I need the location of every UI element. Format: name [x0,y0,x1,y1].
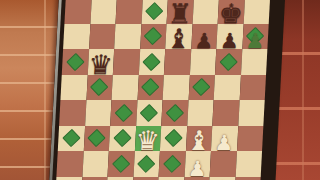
white-bishop-piece: ♝ [186,127,212,154]
square-h6[interactable] [241,49,268,74]
legal-move-marker-c4 [114,104,132,122]
legal-move-marker-e3 [164,129,182,147]
square-e1[interactable] [157,176,184,180]
legal-move-marker-a6 [66,53,84,71]
square-b2[interactable] [82,151,109,176]
square-g8[interactable]: ♚ [218,0,245,24]
square-g4[interactable] [212,100,239,125]
square-g6[interactable] [215,49,242,74]
square-d4[interactable] [136,100,163,125]
legal-move-marker-d4 [140,104,158,122]
square-f8[interactable] [192,0,219,24]
square-a4[interactable] [59,100,86,125]
square-a3[interactable] [58,125,85,150]
square-f4[interactable] [187,100,214,125]
legal-move-marker-d2 [137,154,155,172]
square-f6[interactable] [189,49,216,74]
square-d3[interactable]: ♛ [134,125,161,150]
square-c5[interactable] [112,75,139,100]
legal-move-marker-d7 [144,27,162,45]
square-a7[interactable] [63,24,90,49]
square-h7[interactable]: ♟ [242,24,269,49]
square-b8[interactable] [90,0,117,24]
square-e3[interactable] [160,125,187,150]
square-d2[interactable] [133,151,160,176]
square-h4[interactable] [238,100,265,125]
square-c4[interactable] [110,100,137,125]
square-h8[interactable] [243,0,270,24]
square-b4[interactable] [85,100,112,125]
square-b6[interactable]: ♛ [87,49,114,74]
square-d8[interactable] [141,0,168,24]
chess-app-screen: ♜♚♝♟♟♟♛♛♝♟♟♚ [48,0,285,180]
square-e8[interactable]: ♜ [167,0,194,24]
square-c1[interactable] [106,176,133,180]
legal-move-marker-b5 [90,78,108,96]
square-e4[interactable] [161,100,188,125]
legal-move-marker-c3 [113,129,131,147]
square-g3[interactable]: ♟ [211,125,238,150]
square-a6[interactable] [62,49,89,74]
legal-move-marker-d8 [145,2,163,20]
legal-move-marker-d6 [143,53,161,71]
square-g5[interactable] [214,75,241,100]
square-e5[interactable] [163,75,190,100]
white-king-piece: ♚ [209,178,235,180]
square-d5[interactable] [137,75,164,100]
legal-move-marker-g6 [219,53,237,71]
legal-move-marker-e2 [163,154,181,172]
square-c7[interactable] [114,24,141,49]
square-d6[interactable] [138,49,165,74]
legal-move-marker-c2 [112,154,130,172]
square-g7[interactable]: ♟ [216,24,243,49]
chess-board[interactable]: ♜♚♝♟♟♟♛♛♝♟♟♚ [55,0,270,180]
square-h5[interactable] [239,75,266,100]
square-e7[interactable]: ♝ [165,24,192,49]
legal-move-marker-e4 [165,104,183,122]
legal-move-marker-d5 [141,78,159,96]
square-d1[interactable] [132,176,159,180]
square-b1[interactable] [81,176,108,180]
square-b3[interactable] [83,125,110,150]
square-h2[interactable] [235,151,262,176]
square-f3[interactable]: ♝ [185,125,212,150]
square-f5[interactable] [188,75,215,100]
photo-scene: ♜♚♝♟♟♟♛♛♝♟♟♚ [0,0,320,180]
square-f1[interactable] [183,176,210,180]
legal-move-marker-a3 [62,129,80,147]
square-e6[interactable] [164,49,191,74]
square-a5[interactable] [60,75,87,100]
square-c6[interactable] [113,49,140,74]
square-f2[interactable]: ♟ [184,151,211,176]
legal-move-marker-h7 [246,27,264,45]
square-g2[interactable] [210,151,237,176]
legal-move-marker-f5 [192,78,210,96]
white-queen-piece: ♛ [135,127,161,154]
black-bishop-piece: ♝ [166,25,192,52]
square-a1[interactable] [55,176,82,180]
legal-move-marker-b3 [88,129,106,147]
square-h1[interactable] [234,176,261,180]
black-rook-piece: ♜ [167,0,193,27]
square-c8[interactable] [116,0,143,24]
square-a8[interactable] [64,0,91,24]
square-b5[interactable] [86,75,113,100]
black-king-piece: ♚ [218,0,244,27]
square-c2[interactable] [108,151,135,176]
square-d7[interactable] [140,24,167,49]
black-queen-piece: ♛ [88,51,114,78]
square-h3[interactable] [237,125,264,150]
square-e2[interactable] [159,151,186,176]
square-a2[interactable] [56,151,83,176]
square-b7[interactable] [89,24,116,49]
square-c3[interactable] [109,125,136,150]
square-f7[interactable]: ♟ [191,24,218,49]
square-g1[interactable]: ♚ [208,176,235,180]
